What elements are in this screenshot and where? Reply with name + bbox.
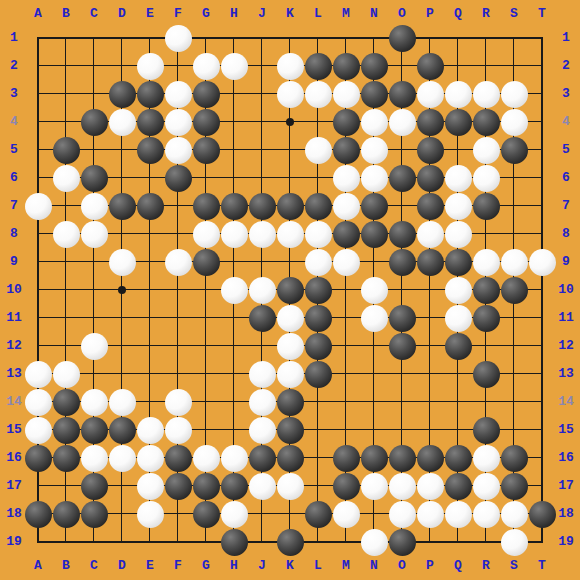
intersection-K11[interactable] <box>276 304 304 332</box>
intersection-T12[interactable] <box>528 332 556 360</box>
intersection-O17[interactable] <box>388 472 416 500</box>
intersection-C8[interactable] <box>80 220 108 248</box>
intersection-D4[interactable] <box>108 108 136 136</box>
intersection-P19[interactable] <box>416 528 444 556</box>
intersection-N18[interactable] <box>360 500 388 528</box>
intersection-K2[interactable] <box>276 52 304 80</box>
intersection-K13[interactable] <box>276 360 304 388</box>
intersection-A13[interactable] <box>24 360 52 388</box>
intersection-F3[interactable] <box>164 80 192 108</box>
intersection-N5[interactable] <box>360 136 388 164</box>
intersection-S19[interactable] <box>500 528 528 556</box>
intersection-Q1[interactable] <box>444 24 472 52</box>
intersection-B7[interactable] <box>52 192 80 220</box>
intersection-P1[interactable] <box>416 24 444 52</box>
intersection-R8[interactable] <box>472 220 500 248</box>
intersection-A2[interactable] <box>24 52 52 80</box>
intersection-D10[interactable] <box>108 276 136 304</box>
intersection-S9[interactable] <box>500 248 528 276</box>
intersection-E4[interactable] <box>136 108 164 136</box>
intersection-B3[interactable] <box>52 80 80 108</box>
intersection-P10[interactable] <box>416 276 444 304</box>
intersection-G14[interactable] <box>192 388 220 416</box>
intersection-K4[interactable] <box>276 108 304 136</box>
intersection-T8[interactable] <box>528 220 556 248</box>
intersection-S1[interactable] <box>500 24 528 52</box>
intersection-L19[interactable] <box>304 528 332 556</box>
intersection-B17[interactable] <box>52 472 80 500</box>
intersection-L14[interactable] <box>304 388 332 416</box>
intersection-R9[interactable] <box>472 248 500 276</box>
intersection-H2[interactable] <box>220 52 248 80</box>
intersection-B14[interactable] <box>52 388 80 416</box>
intersection-T6[interactable] <box>528 164 556 192</box>
intersection-N13[interactable] <box>360 360 388 388</box>
intersection-F11[interactable] <box>164 304 192 332</box>
intersection-G5[interactable] <box>192 136 220 164</box>
intersection-E1[interactable] <box>136 24 164 52</box>
intersection-S2[interactable] <box>500 52 528 80</box>
intersection-H6[interactable] <box>220 164 248 192</box>
intersection-O15[interactable] <box>388 416 416 444</box>
intersection-H8[interactable] <box>220 220 248 248</box>
intersection-Q5[interactable] <box>444 136 472 164</box>
intersection-P13[interactable] <box>416 360 444 388</box>
intersection-M18[interactable] <box>332 500 360 528</box>
intersection-A5[interactable] <box>24 136 52 164</box>
intersection-O18[interactable] <box>388 500 416 528</box>
intersection-K1[interactable] <box>276 24 304 52</box>
intersection-R5[interactable] <box>472 136 500 164</box>
intersection-R4[interactable] <box>472 108 500 136</box>
intersection-M12[interactable] <box>332 332 360 360</box>
intersection-R12[interactable] <box>472 332 500 360</box>
intersection-Q7[interactable] <box>444 192 472 220</box>
intersection-A19[interactable] <box>24 528 52 556</box>
intersection-R11[interactable] <box>472 304 500 332</box>
intersection-O5[interactable] <box>388 136 416 164</box>
intersection-D16[interactable] <box>108 444 136 472</box>
intersection-B5[interactable] <box>52 136 80 164</box>
intersection-P7[interactable] <box>416 192 444 220</box>
intersection-T3[interactable] <box>528 80 556 108</box>
intersection-C16[interactable] <box>80 444 108 472</box>
intersection-J16[interactable] <box>248 444 276 472</box>
intersection-E12[interactable] <box>136 332 164 360</box>
intersection-N14[interactable] <box>360 388 388 416</box>
intersection-G11[interactable] <box>192 304 220 332</box>
intersection-Q17[interactable] <box>444 472 472 500</box>
intersection-K16[interactable] <box>276 444 304 472</box>
intersection-P6[interactable] <box>416 164 444 192</box>
intersection-L13[interactable] <box>304 360 332 388</box>
intersection-J14[interactable] <box>248 388 276 416</box>
intersection-R2[interactable] <box>472 52 500 80</box>
intersection-T16[interactable] <box>528 444 556 472</box>
intersection-O12[interactable] <box>388 332 416 360</box>
intersection-G12[interactable] <box>192 332 220 360</box>
intersection-E9[interactable] <box>136 248 164 276</box>
intersection-G3[interactable] <box>192 80 220 108</box>
intersection-F9[interactable] <box>164 248 192 276</box>
intersection-D19[interactable] <box>108 528 136 556</box>
board-grid[interactable] <box>24 24 556 556</box>
intersection-S13[interactable] <box>500 360 528 388</box>
intersection-T4[interactable] <box>528 108 556 136</box>
intersection-C11[interactable] <box>80 304 108 332</box>
intersection-L6[interactable] <box>304 164 332 192</box>
intersection-K17[interactable] <box>276 472 304 500</box>
intersection-R19[interactable] <box>472 528 500 556</box>
intersection-K19[interactable] <box>276 528 304 556</box>
intersection-D9[interactable] <box>108 248 136 276</box>
intersection-R10[interactable] <box>472 276 500 304</box>
intersection-P2[interactable] <box>416 52 444 80</box>
intersection-N11[interactable] <box>360 304 388 332</box>
intersection-O10[interactable] <box>388 276 416 304</box>
intersection-L9[interactable] <box>304 248 332 276</box>
intersection-O2[interactable] <box>388 52 416 80</box>
intersection-Q12[interactable] <box>444 332 472 360</box>
intersection-H4[interactable] <box>220 108 248 136</box>
intersection-S17[interactable] <box>500 472 528 500</box>
intersection-G2[interactable] <box>192 52 220 80</box>
intersection-Q13[interactable] <box>444 360 472 388</box>
intersection-J15[interactable] <box>248 416 276 444</box>
intersection-Q15[interactable] <box>444 416 472 444</box>
intersection-H1[interactable] <box>220 24 248 52</box>
intersection-O7[interactable] <box>388 192 416 220</box>
intersection-A10[interactable] <box>24 276 52 304</box>
intersection-N4[interactable] <box>360 108 388 136</box>
intersection-T17[interactable] <box>528 472 556 500</box>
intersection-L8[interactable] <box>304 220 332 248</box>
intersection-J11[interactable] <box>248 304 276 332</box>
intersection-A12[interactable] <box>24 332 52 360</box>
intersection-L12[interactable] <box>304 332 332 360</box>
intersection-P15[interactable] <box>416 416 444 444</box>
intersection-N16[interactable] <box>360 444 388 472</box>
intersection-H10[interactable] <box>220 276 248 304</box>
intersection-A17[interactable] <box>24 472 52 500</box>
intersection-S11[interactable] <box>500 304 528 332</box>
intersection-F19[interactable] <box>164 528 192 556</box>
intersection-M1[interactable] <box>332 24 360 52</box>
intersection-P3[interactable] <box>416 80 444 108</box>
intersection-M2[interactable] <box>332 52 360 80</box>
intersection-C3[interactable] <box>80 80 108 108</box>
intersection-G17[interactable] <box>192 472 220 500</box>
intersection-P5[interactable] <box>416 136 444 164</box>
intersection-L10[interactable] <box>304 276 332 304</box>
intersection-P11[interactable] <box>416 304 444 332</box>
intersection-E10[interactable] <box>136 276 164 304</box>
intersection-B1[interactable] <box>52 24 80 52</box>
intersection-B16[interactable] <box>52 444 80 472</box>
intersection-R6[interactable] <box>472 164 500 192</box>
intersection-H17[interactable] <box>220 472 248 500</box>
intersection-E6[interactable] <box>136 164 164 192</box>
intersection-B2[interactable] <box>52 52 80 80</box>
intersection-T1[interactable] <box>528 24 556 52</box>
intersection-S6[interactable] <box>500 164 528 192</box>
intersection-O11[interactable] <box>388 304 416 332</box>
intersection-S8[interactable] <box>500 220 528 248</box>
intersection-F5[interactable] <box>164 136 192 164</box>
intersection-R13[interactable] <box>472 360 500 388</box>
intersection-Q4[interactable] <box>444 108 472 136</box>
intersection-E18[interactable] <box>136 500 164 528</box>
intersection-L3[interactable] <box>304 80 332 108</box>
intersection-F16[interactable] <box>164 444 192 472</box>
intersection-B4[interactable] <box>52 108 80 136</box>
intersection-F1[interactable] <box>164 24 192 52</box>
intersection-C5[interactable] <box>80 136 108 164</box>
intersection-R15[interactable] <box>472 416 500 444</box>
intersection-P9[interactable] <box>416 248 444 276</box>
intersection-J12[interactable] <box>248 332 276 360</box>
intersection-C10[interactable] <box>80 276 108 304</box>
intersection-M19[interactable] <box>332 528 360 556</box>
intersection-Q11[interactable] <box>444 304 472 332</box>
intersection-J18[interactable] <box>248 500 276 528</box>
intersection-H11[interactable] <box>220 304 248 332</box>
intersection-B11[interactable] <box>52 304 80 332</box>
intersection-H13[interactable] <box>220 360 248 388</box>
intersection-O6[interactable] <box>388 164 416 192</box>
intersection-E8[interactable] <box>136 220 164 248</box>
intersection-P18[interactable] <box>416 500 444 528</box>
intersection-F12[interactable] <box>164 332 192 360</box>
intersection-J7[interactable] <box>248 192 276 220</box>
intersection-H15[interactable] <box>220 416 248 444</box>
intersection-B12[interactable] <box>52 332 80 360</box>
intersection-Q3[interactable] <box>444 80 472 108</box>
intersection-S3[interactable] <box>500 80 528 108</box>
intersection-S4[interactable] <box>500 108 528 136</box>
intersection-A4[interactable] <box>24 108 52 136</box>
intersection-L18[interactable] <box>304 500 332 528</box>
intersection-J5[interactable] <box>248 136 276 164</box>
intersection-F8[interactable] <box>164 220 192 248</box>
intersection-J13[interactable] <box>248 360 276 388</box>
intersection-M17[interactable] <box>332 472 360 500</box>
intersection-C1[interactable] <box>80 24 108 52</box>
intersection-C2[interactable] <box>80 52 108 80</box>
intersection-N8[interactable] <box>360 220 388 248</box>
intersection-A11[interactable] <box>24 304 52 332</box>
intersection-T5[interactable] <box>528 136 556 164</box>
intersection-D12[interactable] <box>108 332 136 360</box>
intersection-G1[interactable] <box>192 24 220 52</box>
intersection-N15[interactable] <box>360 416 388 444</box>
intersection-F7[interactable] <box>164 192 192 220</box>
intersection-N7[interactable] <box>360 192 388 220</box>
intersection-J17[interactable] <box>248 472 276 500</box>
intersection-A7[interactable] <box>24 192 52 220</box>
intersection-C14[interactable] <box>80 388 108 416</box>
intersection-C4[interactable] <box>80 108 108 136</box>
intersection-O19[interactable] <box>388 528 416 556</box>
intersection-L16[interactable] <box>304 444 332 472</box>
intersection-E14[interactable] <box>136 388 164 416</box>
intersection-N9[interactable] <box>360 248 388 276</box>
intersection-M15[interactable] <box>332 416 360 444</box>
intersection-G6[interactable] <box>192 164 220 192</box>
intersection-D8[interactable] <box>108 220 136 248</box>
intersection-L4[interactable] <box>304 108 332 136</box>
intersection-E3[interactable] <box>136 80 164 108</box>
intersection-D2[interactable] <box>108 52 136 80</box>
intersection-G13[interactable] <box>192 360 220 388</box>
intersection-H14[interactable] <box>220 388 248 416</box>
intersection-N2[interactable] <box>360 52 388 80</box>
intersection-L7[interactable] <box>304 192 332 220</box>
intersection-G10[interactable] <box>192 276 220 304</box>
intersection-K10[interactable] <box>276 276 304 304</box>
intersection-D7[interactable] <box>108 192 136 220</box>
intersection-M4[interactable] <box>332 108 360 136</box>
intersection-D14[interactable] <box>108 388 136 416</box>
intersection-L2[interactable] <box>304 52 332 80</box>
intersection-C19[interactable] <box>80 528 108 556</box>
intersection-D18[interactable] <box>108 500 136 528</box>
intersection-O13[interactable] <box>388 360 416 388</box>
intersection-R14[interactable] <box>472 388 500 416</box>
intersection-Q8[interactable] <box>444 220 472 248</box>
intersection-E5[interactable] <box>136 136 164 164</box>
intersection-G4[interactable] <box>192 108 220 136</box>
intersection-T18[interactable] <box>528 500 556 528</box>
intersection-C13[interactable] <box>80 360 108 388</box>
intersection-C9[interactable] <box>80 248 108 276</box>
intersection-P4[interactable] <box>416 108 444 136</box>
intersection-L17[interactable] <box>304 472 332 500</box>
intersection-K15[interactable] <box>276 416 304 444</box>
intersection-K8[interactable] <box>276 220 304 248</box>
intersection-J2[interactable] <box>248 52 276 80</box>
intersection-N1[interactable] <box>360 24 388 52</box>
intersection-D13[interactable] <box>108 360 136 388</box>
intersection-C18[interactable] <box>80 500 108 528</box>
intersection-F2[interactable] <box>164 52 192 80</box>
intersection-C15[interactable] <box>80 416 108 444</box>
intersection-O9[interactable] <box>388 248 416 276</box>
intersection-Q14[interactable] <box>444 388 472 416</box>
intersection-J10[interactable] <box>248 276 276 304</box>
intersection-A6[interactable] <box>24 164 52 192</box>
intersection-K7[interactable] <box>276 192 304 220</box>
intersection-O8[interactable] <box>388 220 416 248</box>
intersection-R18[interactable] <box>472 500 500 528</box>
intersection-H19[interactable] <box>220 528 248 556</box>
intersection-M7[interactable] <box>332 192 360 220</box>
intersection-B6[interactable] <box>52 164 80 192</box>
intersection-Q9[interactable] <box>444 248 472 276</box>
intersection-G7[interactable] <box>192 192 220 220</box>
intersection-A18[interactable] <box>24 500 52 528</box>
intersection-D5[interactable] <box>108 136 136 164</box>
intersection-L15[interactable] <box>304 416 332 444</box>
intersection-D6[interactable] <box>108 164 136 192</box>
intersection-K5[interactable] <box>276 136 304 164</box>
intersection-D11[interactable] <box>108 304 136 332</box>
intersection-K6[interactable] <box>276 164 304 192</box>
intersection-T15[interactable] <box>528 416 556 444</box>
intersection-A14[interactable] <box>24 388 52 416</box>
intersection-M3[interactable] <box>332 80 360 108</box>
intersection-B9[interactable] <box>52 248 80 276</box>
intersection-K12[interactable] <box>276 332 304 360</box>
intersection-L1[interactable] <box>304 24 332 52</box>
intersection-D15[interactable] <box>108 416 136 444</box>
intersection-P17[interactable] <box>416 472 444 500</box>
intersection-Q19[interactable] <box>444 528 472 556</box>
intersection-G8[interactable] <box>192 220 220 248</box>
intersection-H12[interactable] <box>220 332 248 360</box>
intersection-F10[interactable] <box>164 276 192 304</box>
intersection-J4[interactable] <box>248 108 276 136</box>
intersection-D17[interactable] <box>108 472 136 500</box>
intersection-R16[interactable] <box>472 444 500 472</box>
intersection-F17[interactable] <box>164 472 192 500</box>
intersection-H5[interactable] <box>220 136 248 164</box>
intersection-M8[interactable] <box>332 220 360 248</box>
intersection-A16[interactable] <box>24 444 52 472</box>
intersection-P8[interactable] <box>416 220 444 248</box>
intersection-B10[interactable] <box>52 276 80 304</box>
intersection-E19[interactable] <box>136 528 164 556</box>
intersection-J3[interactable] <box>248 80 276 108</box>
intersection-M16[interactable] <box>332 444 360 472</box>
intersection-O14[interactable] <box>388 388 416 416</box>
intersection-R7[interactable] <box>472 192 500 220</box>
intersection-F4[interactable] <box>164 108 192 136</box>
intersection-N19[interactable] <box>360 528 388 556</box>
intersection-P16[interactable] <box>416 444 444 472</box>
intersection-R1[interactable] <box>472 24 500 52</box>
intersection-O3[interactable] <box>388 80 416 108</box>
intersection-A1[interactable] <box>24 24 52 52</box>
intersection-N3[interactable] <box>360 80 388 108</box>
intersection-S15[interactable] <box>500 416 528 444</box>
intersection-Q2[interactable] <box>444 52 472 80</box>
intersection-A15[interactable] <box>24 416 52 444</box>
intersection-T10[interactable] <box>528 276 556 304</box>
intersection-P12[interactable] <box>416 332 444 360</box>
intersection-Q16[interactable] <box>444 444 472 472</box>
intersection-G18[interactable] <box>192 500 220 528</box>
intersection-M9[interactable] <box>332 248 360 276</box>
intersection-T14[interactable] <box>528 388 556 416</box>
intersection-A8[interactable] <box>24 220 52 248</box>
intersection-M5[interactable] <box>332 136 360 164</box>
intersection-M11[interactable] <box>332 304 360 332</box>
intersection-K18[interactable] <box>276 500 304 528</box>
intersection-E2[interactable] <box>136 52 164 80</box>
intersection-R17[interactable] <box>472 472 500 500</box>
intersection-C6[interactable] <box>80 164 108 192</box>
intersection-T9[interactable] <box>528 248 556 276</box>
intersection-F15[interactable] <box>164 416 192 444</box>
intersection-G16[interactable] <box>192 444 220 472</box>
intersection-F14[interactable] <box>164 388 192 416</box>
intersection-N12[interactable] <box>360 332 388 360</box>
intersection-R3[interactable] <box>472 80 500 108</box>
intersection-S18[interactable] <box>500 500 528 528</box>
intersection-M14[interactable] <box>332 388 360 416</box>
intersection-J9[interactable] <box>248 248 276 276</box>
